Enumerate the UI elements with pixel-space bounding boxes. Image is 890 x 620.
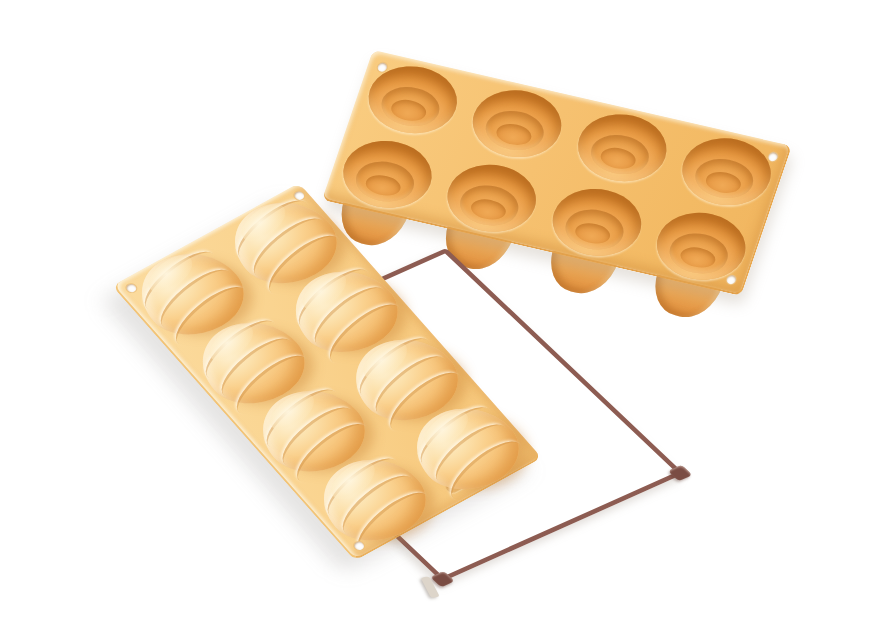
product-photo-scene: [0, 0, 890, 620]
mold-cavity: [464, 82, 571, 166]
corner-hole: [725, 274, 737, 285]
mold-cavity: [543, 181, 650, 265]
mold-cavity: [568, 106, 675, 190]
back-mold: [322, 50, 792, 296]
corner-hole: [124, 283, 138, 294]
mold-cavity: [673, 130, 780, 214]
mold-cavity: [359, 58, 466, 142]
corner-hole: [767, 151, 779, 162]
mold-cavity: [648, 205, 755, 289]
frame-corner-joint: [668, 465, 693, 481]
mold-cavity: [438, 157, 545, 241]
mold-cavity: [333, 133, 440, 217]
